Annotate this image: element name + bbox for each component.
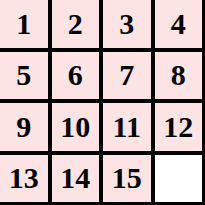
tile-9[interactable]: 9 xyxy=(0,103,48,151)
tile-1[interactable]: 1 xyxy=(0,0,48,48)
tile-2[interactable]: 2 xyxy=(52,0,100,48)
tile-11[interactable]: 11 xyxy=(103,103,151,151)
tile-15[interactable]: 15 xyxy=(103,155,151,203)
tile-7[interactable]: 7 xyxy=(103,52,151,100)
tile-14[interactable]: 14 xyxy=(52,155,100,203)
fifteen-puzzle-board: 1 2 3 4 5 6 7 8 9 10 11 12 13 14 15 xyxy=(0,0,205,205)
tile-3[interactable]: 3 xyxy=(103,0,151,48)
tile-4[interactable]: 4 xyxy=(155,0,203,48)
tile-10[interactable]: 10 xyxy=(52,103,100,151)
tile-12[interactable]: 12 xyxy=(155,103,203,151)
tile-8[interactable]: 8 xyxy=(155,52,203,100)
empty-cell xyxy=(155,155,203,203)
tile-5[interactable]: 5 xyxy=(0,52,48,100)
tile-13[interactable]: 13 xyxy=(0,155,48,203)
tile-6[interactable]: 6 xyxy=(52,52,100,100)
